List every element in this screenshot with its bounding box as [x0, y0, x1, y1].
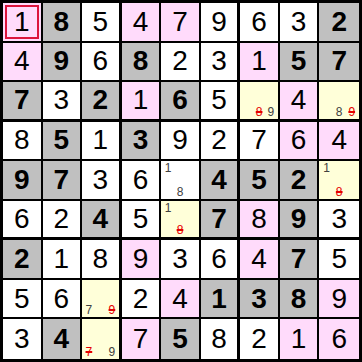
filled-digit: 5 — [133, 205, 149, 233]
given-digit: 7 — [211, 205, 227, 233]
filled-digit: 3 — [211, 47, 227, 75]
pencil-mark-7: 7 — [83, 304, 95, 316]
filled-digit: 5 — [14, 285, 30, 313]
cell-r3c2[interactable]: 1 — [82, 122, 122, 162]
given-digit: 7 — [331, 47, 347, 75]
cell-r8c6[interactable]: 2 — [240, 319, 280, 359]
given-digit: 2 — [14, 245, 30, 273]
cell-r3c4[interactable]: 9 — [161, 122, 201, 162]
selection-highlight — [5, 5, 39, 39]
cell-r5c7[interactable]: 9 — [280, 201, 320, 241]
cell-r7c0[interactable]: 5 — [3, 280, 43, 320]
filled-digit: 3 — [54, 86, 70, 114]
cell-r6c7[interactable]: 7 — [280, 240, 320, 280]
pencil-marks: 18 — [162, 202, 198, 237]
filled-digit: 3 — [172, 245, 188, 273]
filled-digit: 3 — [291, 8, 307, 36]
cell-r4c4[interactable]: 18 — [161, 161, 201, 201]
filled-digit: 6 — [93, 47, 109, 75]
filled-digit: 3 — [93, 166, 109, 194]
cell-r3c3[interactable]: 3 — [122, 122, 162, 162]
cell-r7c8[interactable]: 9 — [319, 280, 359, 320]
cell-r8c1[interactable]: 4 — [43, 319, 83, 359]
cell-r1c8[interactable]: 7 — [319, 43, 359, 83]
cell-r4c5[interactable]: 4 — [201, 161, 241, 201]
cell-r6c6[interactable]: 4 — [240, 240, 280, 280]
cell-r1c3[interactable]: 8 — [122, 43, 162, 83]
cell-r1c2[interactable]: 6 — [82, 43, 122, 83]
cell-r0c8[interactable]: 2 — [319, 3, 359, 43]
cell-r5c6[interactable]: 8 — [240, 201, 280, 241]
cell-r1c6[interactable]: 1 — [240, 43, 280, 83]
given-digit: 8 — [54, 8, 70, 36]
given-digit: 4 — [211, 166, 227, 194]
filled-digit: 8 — [251, 205, 267, 233]
cell-r5c4[interactable]: 18 — [161, 201, 201, 241]
given-digit: 9 — [291, 205, 307, 233]
cell-r0c0[interactable]: 1 — [3, 3, 43, 43]
cell-r4c8[interactable]: 18 — [319, 161, 359, 201]
given-digit: 2 — [331, 8, 347, 36]
cell-r7c5[interactable]: 1 — [201, 280, 241, 320]
given-digit: 1 — [211, 285, 227, 313]
cell-r2c2[interactable]: 2 — [82, 82, 122, 122]
given-digit: 9 — [14, 166, 30, 194]
filled-digit: 8 — [211, 325, 227, 353]
cell-r5c2[interactable]: 4 — [82, 201, 122, 241]
cell-r0c5[interactable]: 9 — [201, 3, 241, 43]
cell-r2c1[interactable]: 3 — [43, 82, 83, 122]
filled-digit: 5 — [211, 86, 227, 114]
filled-digit: 6 — [133, 166, 149, 194]
filled-digit: 9 — [331, 285, 347, 313]
filled-digit: 2 — [54, 205, 70, 233]
given-digit: 5 — [251, 166, 267, 194]
filled-digit: 6 — [211, 245, 227, 273]
cell-r7c2[interactable]: 79 — [82, 280, 122, 320]
cell-r2c0[interactable]: 7 — [3, 82, 43, 122]
filled-digit: 1 — [251, 47, 267, 75]
given-digit: 7 — [14, 86, 30, 114]
pencil-mark-9-struck: 9 — [345, 106, 358, 118]
cell-r6c5[interactable]: 6 — [201, 240, 241, 280]
pencil-mark-8-struck: 8 — [253, 106, 265, 118]
filled-digit: 9 — [133, 245, 149, 273]
pencil-marks: 18 — [320, 162, 358, 198]
filled-digit: 8 — [14, 126, 30, 154]
cell-r8c2[interactable]: 79 — [82, 319, 122, 359]
filled-digit: 1 — [14, 8, 30, 36]
given-digit: 7 — [54, 166, 70, 194]
filled-digit: 6 — [251, 8, 267, 36]
given-digit: 7 — [291, 245, 307, 273]
given-digit: 5 — [54, 126, 70, 154]
given-digit: 6 — [172, 86, 188, 114]
given-digit: 2 — [93, 86, 109, 114]
pencil-marks: 18 — [162, 162, 198, 198]
cell-r7c6[interactable]: 3 — [240, 280, 280, 320]
pencil-mark-1: 1 — [162, 202, 174, 214]
pencil-mark-8: 8 — [333, 106, 346, 118]
cell-r4c6[interactable]: 5 — [240, 161, 280, 201]
filled-digit: 2 — [172, 47, 188, 75]
cell-r2c6[interactable]: 89 — [240, 82, 280, 122]
filled-digit: 4 — [331, 126, 347, 154]
pencil-mark-1: 1 — [162, 162, 174, 174]
cell-r8c4[interactable]: 5 — [161, 319, 201, 359]
cell-r1c4[interactable]: 2 — [161, 43, 201, 83]
pencil-mark-8: 8 — [174, 186, 186, 198]
given-digit: 9 — [54, 47, 70, 75]
given-digit: 5 — [172, 325, 188, 353]
filled-digit: 1 — [54, 245, 70, 273]
cell-r4c3[interactable]: 6 — [122, 161, 162, 201]
pencil-mark-9-struck: 9 — [106, 304, 118, 316]
filled-digit: 9 — [211, 8, 227, 36]
cell-r6c2[interactable]: 8 — [82, 240, 122, 280]
cell-r8c7[interactable]: 1 — [280, 319, 320, 359]
cell-r3c7[interactable]: 6 — [280, 122, 320, 162]
cell-r5c0[interactable]: 6 — [3, 201, 43, 241]
cell-r7c4[interactable]: 4 — [161, 280, 201, 320]
filled-digit: 1 — [93, 126, 109, 154]
pencil-mark-1: 1 — [320, 162, 333, 174]
given-digit: 2 — [291, 166, 307, 194]
filled-digit: 4 — [14, 47, 30, 75]
pencil-mark-9: 9 — [265, 106, 277, 118]
cell-r3c8[interactable]: 4 — [319, 122, 359, 162]
cell-r3c5[interactable]: 2 — [201, 122, 241, 162]
filled-digit: 8 — [93, 245, 109, 273]
filled-digit: 5 — [93, 8, 109, 36]
cell-r8c8[interactable]: 6 — [319, 319, 359, 359]
pencil-marks: 89 — [320, 83, 358, 118]
cell-r5c8[interactable]: 3 — [319, 201, 359, 241]
given-digit: 8 — [133, 47, 149, 75]
filled-digit: 2 — [211, 126, 227, 154]
cell-r6c4[interactable]: 3 — [161, 240, 201, 280]
cell-r0c3[interactable]: 4 — [122, 3, 162, 43]
cell-r1c7[interactable]: 5 — [280, 43, 320, 83]
filled-digit: 7 — [133, 325, 149, 353]
cell-r4c7[interactable]: 2 — [280, 161, 320, 201]
cell-r0c2[interactable]: 5 — [82, 3, 122, 43]
pencil-mark-8-struck: 8 — [174, 224, 186, 236]
cell-r8c3[interactable]: 7 — [122, 319, 162, 359]
cell-r7c3[interactable]: 2 — [122, 280, 162, 320]
pencil-mark-8-struck: 8 — [333, 186, 346, 198]
sudoku-board: 1854796324968231577321658948985139276497… — [0, 0, 362, 362]
filled-digit: 3 — [14, 325, 30, 353]
given-digit: 3 — [133, 126, 149, 154]
given-digit: 4 — [93, 205, 109, 233]
cell-r2c5[interactable]: 5 — [201, 82, 241, 122]
pencil-mark-9: 9 — [106, 345, 118, 358]
given-digit: 3 — [251, 285, 267, 313]
given-digit: 4 — [54, 325, 70, 353]
cell-r7c1[interactable]: 6 — [43, 280, 83, 320]
cell-r0c7[interactable]: 3 — [280, 3, 320, 43]
cell-r8c5[interactable]: 8 — [201, 319, 241, 359]
cell-r5c3[interactable]: 5 — [122, 201, 162, 241]
filled-digit: 6 — [291, 126, 307, 154]
cell-r1c5[interactable]: 3 — [201, 43, 241, 83]
pencil-marks: 79 — [83, 320, 118, 358]
filled-digit: 3 — [331, 205, 347, 233]
cell-r0c4[interactable]: 7 — [161, 3, 201, 43]
filled-digit: 2 — [133, 285, 149, 313]
filled-digit: 1 — [291, 325, 307, 353]
filled-digit: 7 — [251, 126, 267, 154]
cell-r5c5[interactable]: 7 — [201, 201, 241, 241]
cell-r0c6[interactable]: 6 — [240, 3, 280, 43]
cell-r3c6[interactable]: 7 — [240, 122, 280, 162]
filled-digit: 4 — [251, 245, 267, 273]
filled-digit: 1 — [133, 86, 149, 114]
filled-digit: 6 — [331, 325, 347, 353]
cell-r2c8[interactable]: 89 — [319, 82, 359, 122]
cell-r4c1[interactable]: 7 — [43, 161, 83, 201]
cell-r2c7[interactable]: 4 — [280, 82, 320, 122]
cell-r6c3[interactable]: 9 — [122, 240, 162, 280]
filled-digit: 4 — [133, 8, 149, 36]
cell-r4c0[interactable]: 9 — [3, 161, 43, 201]
cell-r6c1[interactable]: 1 — [43, 240, 83, 280]
filled-digit: 2 — [251, 325, 267, 353]
pencil-marks: 79 — [83, 281, 118, 317]
filled-digit: 6 — [14, 205, 30, 233]
given-digit: 8 — [291, 285, 307, 313]
filled-digit: 4 — [172, 285, 188, 313]
cell-r3c0[interactable]: 8 — [3, 122, 43, 162]
filled-digit: 4 — [291, 86, 307, 114]
cell-r2c4[interactable]: 6 — [161, 82, 201, 122]
cell-r6c0[interactable]: 2 — [3, 240, 43, 280]
cell-r0c1[interactable]: 8 — [43, 3, 83, 43]
pencil-marks: 89 — [241, 83, 277, 118]
filled-digit: 7 — [172, 8, 188, 36]
cell-r4c2[interactable]: 3 — [82, 161, 122, 201]
filled-digit: 9 — [172, 126, 188, 154]
cell-r5c1[interactable]: 2 — [43, 201, 83, 241]
cell-r3c1[interactable]: 5 — [43, 122, 83, 162]
filled-digit: 6 — [54, 285, 70, 313]
cell-r7c7[interactable]: 8 — [280, 280, 320, 320]
cell-r8c0[interactable]: 3 — [3, 319, 43, 359]
cell-r1c1[interactable]: 9 — [43, 43, 83, 83]
filled-digit: 5 — [331, 245, 347, 273]
given-digit: 5 — [291, 47, 307, 75]
cell-r2c3[interactable]: 1 — [122, 82, 162, 122]
cell-r6c8[interactable]: 5 — [319, 240, 359, 280]
pencil-mark-7-struck: 7 — [83, 345, 95, 358]
cell-r1c0[interactable]: 4 — [3, 43, 43, 83]
